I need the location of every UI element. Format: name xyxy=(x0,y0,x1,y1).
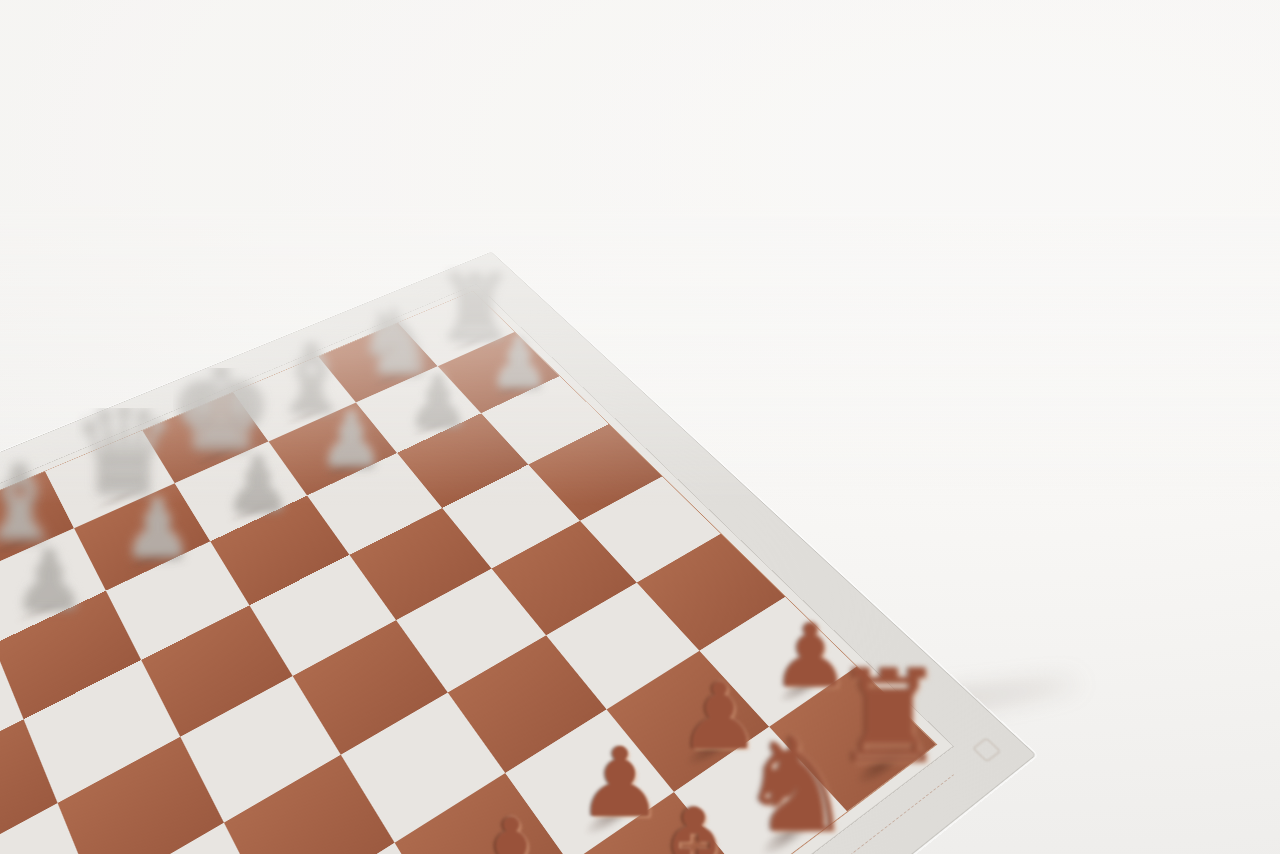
chessboard: ♜♞♝♛♚♝♞♜♟♟♟♟♟♟♟♟♟♟♟♟♟♟♟♟♜♞♝♛♚♝♞♜ ∿∿∿ · ·… xyxy=(0,252,1036,854)
piece-shadow xyxy=(455,849,553,854)
photo-stage: ♜♞♝♛♚♝♞♜♟♟♟♟♟♟♟♟♟♟♟♟♟♟♟♟♜♞♝♛♚♝♞♜ ∿∿∿ · ·… xyxy=(0,0,1280,854)
board-grid: ♜♞♝♛♚♝♞♜♟♟♟♟♟♟♟♟♟♟♟♟♟♟♟♟♜♞♝♛♚♝♞♜ xyxy=(0,291,936,854)
piece-shadow xyxy=(743,798,832,854)
square-b5 xyxy=(0,719,58,854)
corner-engraving xyxy=(973,738,1001,763)
piece-copper-pawn-h2: ♟ xyxy=(754,583,868,697)
square-g4 xyxy=(492,521,637,636)
piece-copper-rook-h1: ♜ xyxy=(829,658,950,779)
scene-3d: ♜♞♝♛♚♝♞♜♟♟♟♟♟♟♟♟♟♟♟♟♟♟♟♟♜♞♝♛♚♝♞♜ ∿∿∿ · ·… xyxy=(0,0,1280,854)
piece-shadow xyxy=(839,732,922,800)
